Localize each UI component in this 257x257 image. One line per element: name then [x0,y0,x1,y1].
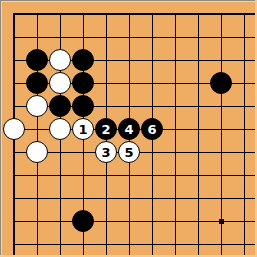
stone-black [26,49,48,71]
stone-white: 3 [95,141,117,163]
stone-white [26,95,48,117]
stone-black: 6 [141,118,163,140]
move-number-label: 6 [147,123,156,136]
grid-line-horizontal [13,13,257,15]
stone-black [72,210,94,232]
frame-highlight-left [1,1,2,256]
move-number-label: 4 [124,123,133,136]
stone-black: 4 [118,118,140,140]
frame-highlight-top [1,1,256,2]
stone-white: 5 [118,141,140,163]
grid-line-horizontal [13,244,257,245]
stone-black [72,72,94,94]
move-number-label: 2 [101,123,110,136]
stone-white [26,141,48,163]
frame-edge-right [255,0,257,257]
stone-white [3,118,25,140]
stone-white [49,118,71,140]
grid-line-horizontal [13,198,257,199]
stone-black [210,72,232,94]
star-point [219,219,224,224]
move-number-label: 5 [124,146,133,159]
go-board: 124635 [0,0,257,257]
stone-black [26,72,48,94]
stone-black [72,95,94,117]
move-number-label: 1 [78,123,87,136]
stone-black [49,95,71,117]
stone-white [49,49,71,71]
stone-white: 1 [72,118,94,140]
grid-line-horizontal [13,37,257,38]
stone-black: 2 [95,118,117,140]
stone-black [72,49,94,71]
stone-white [49,72,71,94]
move-number-label: 3 [101,146,110,159]
go-diagram: 124635 [0,0,257,257]
grid-line-horizontal [13,175,257,176]
